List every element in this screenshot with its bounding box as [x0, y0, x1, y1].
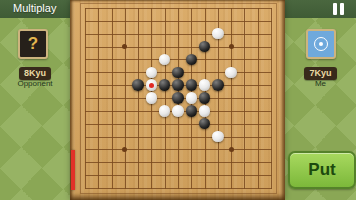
me-avatar — [306, 29, 336, 59]
white-stone — [146, 67, 158, 79]
black-stone — [172, 79, 184, 91]
opponent-panel: ? 8Kyu Opponent — [0, 0, 70, 200]
white-stone — [212, 131, 224, 143]
opponent-label: Opponent — [0, 79, 70, 88]
white-stone — [212, 28, 224, 40]
black-stone — [212, 79, 224, 91]
white-stone — [225, 67, 237, 79]
black-stone — [186, 54, 198, 66]
black-stone — [132, 79, 144, 91]
white-stone — [199, 105, 211, 117]
timer-bar — [71, 150, 75, 190]
white-stone — [159, 105, 171, 117]
white-stone — [172, 105, 184, 117]
white-stone — [146, 92, 158, 104]
me-panel: 7Kyu Me Put — [285, 0, 356, 200]
put-button[interactable]: Put — [288, 151, 356, 189]
white-stone — [199, 79, 211, 91]
black-stone — [186, 79, 198, 91]
opponent-avatar: ? — [18, 29, 48, 59]
black-stone — [172, 67, 184, 79]
pause-button[interactable] — [331, 3, 347, 15]
black-stone — [199, 92, 211, 104]
black-stone — [172, 92, 184, 104]
white-stone — [186, 92, 198, 104]
last-move-marker — [149, 83, 154, 88]
black-stone — [186, 105, 198, 117]
me-label: Me — [285, 79, 356, 88]
gomoku-board[interactable] — [70, 0, 285, 200]
